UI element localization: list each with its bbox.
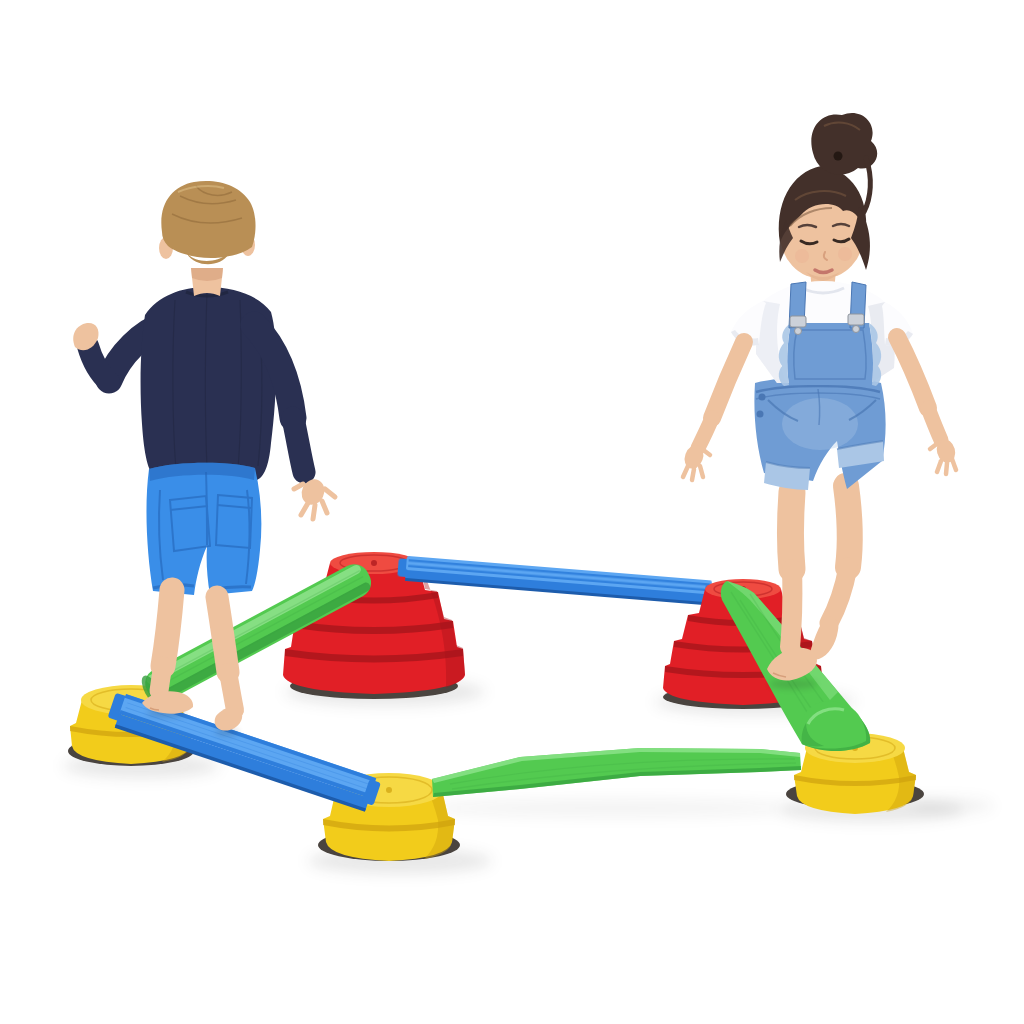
boy-shorts — [146, 463, 261, 595]
boy-right-thigh — [217, 597, 228, 672]
boy-shorts-center-seam — [206, 472, 207, 545]
girl-buckle-left-button — [795, 328, 802, 335]
boy-neck-shadow — [191, 268, 223, 281]
plank-blue-top — [397, 555, 718, 606]
photo-stage: Children balance course product photo — [0, 0, 1024, 1024]
shadow-under-green-beam — [430, 799, 800, 817]
girl-right-thigh — [846, 486, 850, 567]
boy-left-thigh — [163, 590, 172, 666]
stone-top-hole — [386, 787, 392, 793]
boy-right-calf — [228, 672, 235, 710]
girl-right-upper-arm — [897, 337, 928, 408]
boy-right-foot — [215, 707, 243, 731]
girl-shorts-button-2 — [757, 411, 764, 418]
cone-top-hole — [371, 560, 377, 566]
girl-right-foot — [810, 617, 838, 660]
boy-right-forearm — [293, 418, 304, 472]
girl-right-leg — [829, 486, 850, 623]
boy-hair — [161, 181, 255, 258]
girl-buckle-right — [848, 314, 864, 325]
girl-left-leg — [790, 492, 792, 647]
girl-left-thigh — [791, 492, 793, 569]
girl-cheek-left — [795, 249, 809, 263]
girl-left-arm — [698, 342, 744, 448]
balance-course-scene: Children balance course product photo — [0, 0, 1024, 1024]
beam-green-bottom — [432, 748, 801, 797]
girl-right-forearm — [928, 408, 941, 440]
shadow-right-stone-cast — [910, 798, 994, 814]
girl-hair-tie — [834, 152, 843, 161]
girl-left-foot-shadow — [769, 679, 817, 689]
girl-left-calf — [790, 569, 792, 647]
girl-right-arm — [897, 337, 941, 440]
boy-left-calf — [159, 666, 163, 691]
girl-left-upper-arm — [712, 342, 744, 418]
girl-left-forearm — [698, 418, 712, 448]
girl-cheek-right — [838, 247, 852, 261]
girl-shorts-button-1 — [759, 394, 766, 401]
boy-left-forearm — [88, 346, 109, 382]
girl-buckle-right-button — [853, 326, 860, 333]
girl-right-calf — [829, 567, 848, 623]
girl-buckle-left — [790, 316, 806, 327]
